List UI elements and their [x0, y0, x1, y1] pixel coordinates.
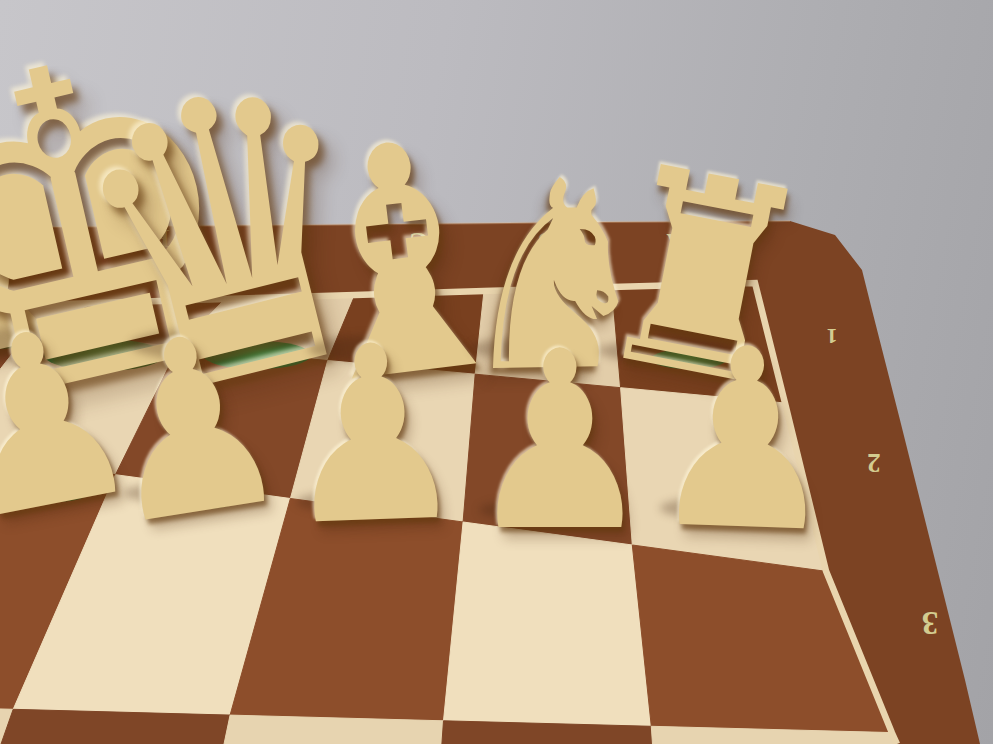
- rank-label-3: 3: [922, 604, 939, 641]
- rank-label-2: 2: [867, 447, 881, 478]
- pawn-glyph: ♟: [266, 311, 480, 560]
- pawn-glyph: ♟: [635, 312, 854, 567]
- scene: FEDCBA123 ♝♚♛♝♞♜♟♟♟♟♟: [0, 0, 993, 744]
- pawn-glyph: ♟: [455, 319, 664, 565]
- square-d4[interactable]: [0, 709, 230, 744]
